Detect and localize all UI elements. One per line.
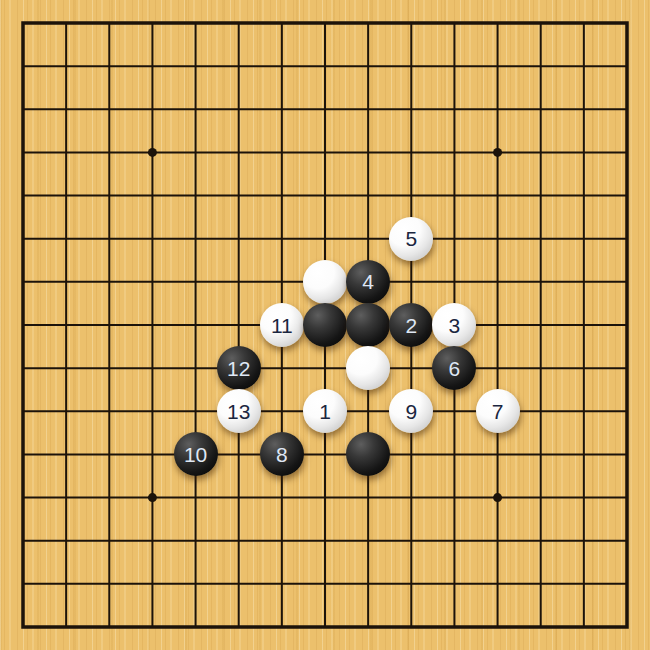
stone-move-number: 13 (227, 401, 250, 422)
stone-move-number: 3 (449, 315, 461, 336)
stone-white-13: 13 (217, 389, 261, 433)
stone-black-plain (346, 432, 390, 476)
stone-move-number: 7 (492, 401, 504, 422)
stone-black-8: 8 (260, 432, 304, 476)
stone-black-plain (346, 303, 390, 347)
stone-black-2: 2 (389, 303, 433, 347)
stone-white-1: 1 (303, 389, 347, 433)
stone-move-number: 12 (227, 358, 250, 379)
stone-white-9: 9 (389, 389, 433, 433)
stone-black-plain (303, 303, 347, 347)
stone-move-number: 5 (405, 228, 417, 249)
goban: 54112312613197108 (0, 0, 650, 650)
stone-black-10: 10 (174, 432, 218, 476)
stone-move-number: 6 (449, 358, 461, 379)
stone-move-number: 10 (184, 444, 207, 465)
stone-white-3: 3 (432, 303, 476, 347)
board-play-area[interactable]: 54112312613197108 (0, 0, 650, 650)
stone-white-5: 5 (389, 217, 433, 261)
stone-white-7: 7 (476, 389, 520, 433)
stone-move-number: 9 (405, 401, 417, 422)
stone-move-number: 2 (405, 315, 417, 336)
stone-move-number: 1 (319, 401, 331, 422)
stone-black-6: 6 (432, 346, 476, 390)
stone-white-11: 11 (260, 303, 304, 347)
stone-move-number: 11 (271, 315, 293, 336)
stone-white-plain (303, 260, 347, 304)
stone-move-number: 4 (362, 271, 374, 292)
stone-black-4: 4 (346, 260, 390, 304)
stone-black-12: 12 (217, 346, 261, 390)
stone-white-plain (346, 346, 390, 390)
stone-move-number: 8 (276, 444, 288, 465)
